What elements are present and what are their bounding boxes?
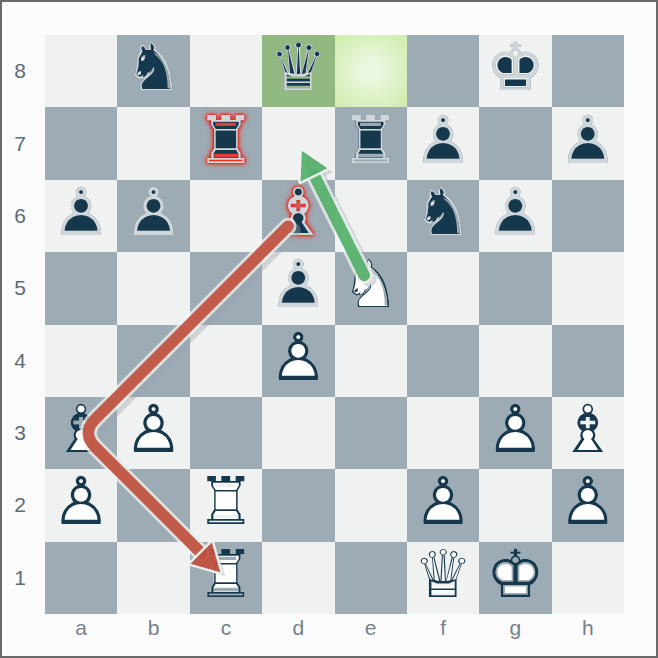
square-a1[interactable] [45, 542, 117, 614]
piece-black-pawn[interactable]: ♟♙ [552, 107, 624, 179]
file-label-e: e [335, 616, 407, 640]
piece-black-king[interactable]: ♚♔ [479, 35, 551, 107]
square-h2[interactable]: ♟♙ [552, 469, 624, 541]
square-f7[interactable]: ♟♙ [407, 107, 479, 179]
square-d1[interactable] [262, 542, 334, 614]
piece-white-pawn[interactable]: ♟♙ [45, 469, 117, 541]
piece-white-pawn[interactable]: ♟♙ [479, 397, 551, 469]
file-label-c: c [190, 616, 262, 640]
rank-label-7: 7 [2, 132, 38, 156]
piece-white-pawn[interactable]: ♟♙ [407, 469, 479, 541]
square-b4[interactable] [117, 325, 189, 397]
file-label-d: d [262, 616, 334, 640]
square-g2[interactable] [479, 469, 551, 541]
square-f4[interactable] [407, 325, 479, 397]
square-g3[interactable]: ♟♙ [479, 397, 551, 469]
white-pawn-outline: ♙ [45, 470, 117, 536]
square-d5[interactable]: ♟♙ [262, 252, 334, 324]
square-a7[interactable] [45, 107, 117, 179]
square-f6[interactable]: ♞♘ [407, 180, 479, 252]
square-e8[interactable] [335, 35, 407, 107]
square-g8[interactable]: ♚♔ [479, 35, 551, 107]
piece-black-rook[interactable]: ♜♖ [335, 107, 407, 179]
piece-black-knight[interactable]: ♞♘ [117, 35, 189, 107]
square-g5[interactable] [479, 252, 551, 324]
file-label-g: g [479, 616, 551, 640]
piece-white-rook[interactable]: ♜♖ [190, 542, 262, 614]
square-f8[interactable] [407, 35, 479, 107]
square-f5[interactable] [407, 252, 479, 324]
square-c3[interactable] [190, 397, 262, 469]
piece-black-pawn[interactable]: ♟♙ [407, 107, 479, 179]
square-b2[interactable] [117, 469, 189, 541]
white-bishop-outline: ♗ [552, 397, 624, 463]
rank-label-5: 5 [2, 276, 38, 300]
square-c7[interactable]: ♜♖ [190, 107, 262, 179]
square-d4[interactable]: ♟♙ [262, 325, 334, 397]
white-pawn-outline: ♙ [262, 325, 334, 391]
rank-label-1: 1 [2, 566, 38, 590]
square-f1[interactable]: ♛♕ [407, 542, 479, 614]
white-pawn-outline: ♙ [117, 397, 189, 463]
square-f2[interactable]: ♟♙ [407, 469, 479, 541]
rank-label-3: 3 [2, 421, 38, 445]
white-pawn-outline: ♙ [479, 397, 551, 463]
square-b3[interactable]: ♟♙ [117, 397, 189, 469]
square-a3[interactable]: ♝♗ [45, 397, 117, 469]
black-queen-outline: ♕ [262, 36, 334, 102]
rank-label-2: 2 [2, 493, 38, 517]
black-bishop-outline: ♗ [262, 180, 334, 246]
square-a4[interactable] [45, 325, 117, 397]
square-c4[interactable] [190, 325, 262, 397]
rank-label-4: 4 [2, 349, 38, 373]
rank-labels: 87654321 [2, 35, 38, 614]
rank-label-8: 8 [2, 59, 38, 83]
square-e2[interactable] [335, 469, 407, 541]
white-rook-outline: ♖ [190, 470, 262, 536]
square-e7[interactable]: ♜♖ [335, 107, 407, 179]
square-b8[interactable]: ♞♘ [117, 35, 189, 107]
black-rook-outline: ♖ [335, 108, 407, 174]
square-h5[interactable] [552, 252, 624, 324]
white-rook-outline: ♖ [190, 542, 262, 608]
square-h6[interactable] [552, 180, 624, 252]
black-pawn-outline: ♙ [45, 180, 117, 246]
square-g4[interactable] [479, 325, 551, 397]
file-label-f: f [407, 616, 479, 640]
piece-white-bishop[interactable]: ♝♗ [552, 397, 624, 469]
black-pawn-outline: ♙ [407, 108, 479, 174]
square-b5[interactable] [117, 252, 189, 324]
file-label-a: a [45, 616, 117, 640]
black-pawn-outline: ♙ [479, 180, 551, 246]
square-h8[interactable] [552, 35, 624, 107]
piece-white-bishop[interactable]: ♝♗ [45, 397, 117, 469]
black-rook-outline: ♖ [190, 108, 262, 174]
square-d8[interactable]: ♛♕ [262, 35, 334, 107]
square-a6[interactable]: ♟♙ [45, 180, 117, 252]
black-pawn-outline: ♙ [552, 108, 624, 174]
square-h4[interactable] [552, 325, 624, 397]
file-label-h: h [552, 616, 624, 640]
square-b1[interactable] [117, 542, 189, 614]
white-bishop-outline: ♗ [45, 397, 117, 463]
piece-black-pawn[interactable]: ♟♙ [479, 180, 551, 252]
square-f3[interactable] [407, 397, 479, 469]
white-queen-outline: ♕ [407, 542, 479, 608]
piece-white-rook[interactable]: ♜♖ [190, 469, 262, 541]
white-king-outline: ♔ [479, 542, 551, 608]
square-h7[interactable]: ♟♙ [552, 107, 624, 179]
square-a5[interactable] [45, 252, 117, 324]
piece-black-rook[interactable]: ♜♖ [190, 107, 262, 179]
piece-white-pawn[interactable]: ♟♙ [117, 397, 189, 469]
square-a2[interactable]: ♟♙ [45, 469, 117, 541]
file-label-b: b [118, 616, 190, 640]
square-c5[interactable] [190, 252, 262, 324]
rank-label-6: 6 [2, 204, 38, 228]
file-labels: abcdefgh [45, 616, 624, 648]
square-g6[interactable]: ♟♙ [479, 180, 551, 252]
piece-black-pawn[interactable]: ♟♙ [262, 252, 334, 324]
square-c1[interactable]: ♜♖ [190, 542, 262, 614]
piece-black-bishop[interactable]: ♝♗ [262, 180, 334, 252]
square-g1[interactable]: ♚♔ [479, 542, 551, 614]
piece-black-pawn[interactable]: ♟♙ [45, 180, 117, 252]
piece-black-queen[interactable]: ♛♕ [262, 35, 334, 107]
black-king-outline: ♔ [479, 36, 551, 102]
square-e3[interactable] [335, 397, 407, 469]
black-knight-outline: ♘ [117, 36, 189, 102]
black-knight-outline: ♘ [407, 180, 479, 246]
square-e4[interactable] [335, 325, 407, 397]
square-d3[interactable] [262, 397, 334, 469]
black-pawn-outline: ♙ [117, 180, 189, 246]
piece-black-pawn[interactable]: ♟♙ [117, 180, 189, 252]
white-pawn-outline: ♙ [407, 470, 479, 536]
square-a8[interactable] [45, 35, 117, 107]
chess-board[interactable]: ♞♘♛♕♚♔♜♖♜♖♟♙♟♙♟♙♟♙♝♗♞♘♟♙♟♙♞♘♟♙♝♗♟♙♟♙♝♗♟♙… [45, 35, 624, 614]
square-b6[interactable]: ♟♙ [117, 180, 189, 252]
piece-white-queen[interactable]: ♛♕ [407, 542, 479, 614]
square-e5[interactable]: ♞♘ [335, 252, 407, 324]
piece-white-pawn[interactable]: ♟♙ [262, 325, 334, 397]
black-pawn-outline: ♙ [262, 253, 334, 319]
square-c8[interactable] [190, 35, 262, 107]
piece-black-knight[interactable]: ♞♘ [407, 180, 479, 252]
square-c6[interactable] [190, 180, 262, 252]
piece-white-king[interactable]: ♚♔ [479, 542, 551, 614]
square-d6[interactable]: ♝♗ [262, 180, 334, 252]
square-c2[interactable]: ♜♖ [190, 469, 262, 541]
square-e6[interactable] [335, 180, 407, 252]
white-knight-outline: ♘ [335, 253, 407, 319]
square-d7[interactable] [262, 107, 334, 179]
chess-analysis-screenshot: 87654321 ♞♘♛♕♚♔♜♖♜♖♟♙♟♙♟♙♟♙♝♗♞♘♟♙♟♙♞♘♟♙♝… [0, 0, 658, 658]
square-h3[interactable]: ♝♗ [552, 397, 624, 469]
square-d2[interactable] [262, 469, 334, 541]
square-e1[interactable] [335, 542, 407, 614]
square-h1[interactable] [552, 542, 624, 614]
piece-white-pawn[interactable]: ♟♙ [552, 469, 624, 541]
square-g7[interactable] [479, 107, 551, 179]
white-pawn-outline: ♙ [552, 470, 624, 536]
piece-white-knight[interactable]: ♞♘ [335, 252, 407, 324]
square-b7[interactable] [117, 107, 189, 179]
